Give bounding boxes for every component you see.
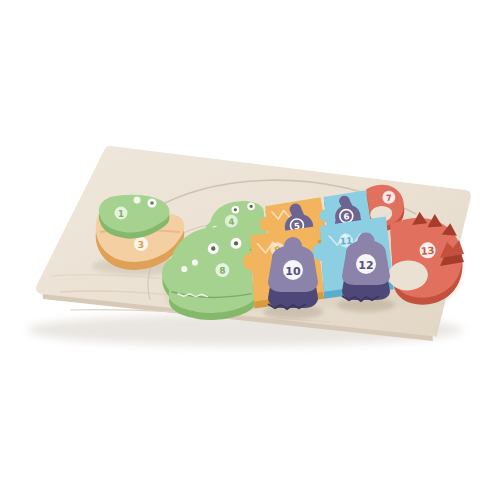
svg-text:3: 3 [138,240,144,250]
pupil [150,201,154,205]
piece-10-badge: 10 [283,260,303,280]
eye [134,197,141,204]
product-photo: 2 3 1 [0,0,500,500]
svg-text:6: 6 [343,211,350,221]
svg-text:13: 13 [420,245,435,257]
svg-text:4: 4 [228,216,235,226]
svg-text:7: 7 [385,193,392,203]
leg-shadow [337,298,395,312]
svg-text:8: 8 [219,265,226,275]
svg-text:10: 10 [285,265,301,278]
piece-12-badge: 12 [356,254,376,274]
puzzle-scene: 2 3 1 [0,0,500,500]
svg-text:1: 1 [118,209,124,219]
svg-text:12: 12 [358,259,373,272]
piece-1-badge: 1 [115,207,128,220]
piece-3-badge: 3 [134,237,148,251]
